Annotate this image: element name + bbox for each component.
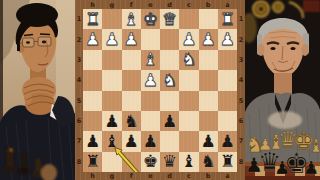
square-a2[interactable]: ♟ [218,29,237,49]
black-pawn-h7: ♟ [85,133,100,150]
white-pawn-h2: ♟ [85,31,100,48]
square-b7[interactable]: ♟ [199,131,218,151]
file-label-c: c [179,0,198,9]
square-g6[interactable]: ♟ [102,111,121,131]
rank-label-6: 6 [237,111,245,131]
square-g4[interactable] [102,70,121,90]
rank-label-7: 7 [75,131,83,151]
square-c7[interactable] [179,131,198,151]
file-label-b: b [199,0,218,9]
portrait-anand [0,0,75,180]
square-a6[interactable] [218,111,237,131]
square-c1[interactable] [179,9,198,29]
white-pawn-f2: ♟ [124,31,139,48]
black-queen-d8: ♛ [162,153,177,170]
square-c4[interactable] [179,70,198,90]
square-b8[interactable]: ♞ [199,152,218,172]
square-h3[interactable] [83,50,102,70]
black-pawn-g6: ♟ [104,113,119,130]
square-a5[interactable] [218,91,237,111]
white-knight-d4: ♞ [162,72,177,89]
square-c5[interactable] [179,91,198,111]
file-label-h: h [83,172,102,180]
square-b1[interactable] [199,9,218,29]
black-rook-a8: ♜ [220,153,235,170]
square-e4[interactable]: ♟ [141,70,160,90]
square-f4[interactable] [122,70,141,90]
black-pawn-d6: ♟ [162,113,177,130]
square-e3[interactable]: ♝ [141,50,160,70]
square-g1[interactable] [102,9,121,29]
file-labels-bottom: hgfedcba [83,172,237,180]
square-b5[interactable] [199,91,218,111]
black-rook-h8: ♜ [85,153,100,170]
file-label-d: d [160,172,179,180]
white-queen-d1: ♛ [162,11,177,28]
square-c3[interactable]: ♞ [179,50,198,70]
anand-illustration [0,0,75,180]
square-b3[interactable] [199,50,218,70]
video-thumbnail: hgfedcba hgfedcba 12345678 12345678 ♜♝♚♛… [0,0,320,180]
white-bishop-e3: ♝ [143,51,158,68]
square-d7[interactable] [160,131,179,151]
black-bishop-g7: ♝ [104,133,119,150]
white-pawn-g2: ♟ [104,31,119,48]
board-squares: ♜♝♚♛♜♟♟♟♟♟♟♝♞♟♞♟♞♟♟♝♟♟♟♟♜♚♛♝♞♜ [83,9,237,172]
square-a3[interactable] [218,50,237,70]
rank-labels-left: 12345678 [75,9,83,172]
square-a4[interactable] [218,70,237,90]
file-label-g: g [102,0,121,9]
rank-label-6: 6 [75,111,83,131]
rank-label-3: 3 [75,50,83,70]
black-pawn-a7: ♟ [220,133,235,150]
square-f5[interactable] [122,91,141,111]
square-b6[interactable] [199,111,218,131]
file-label-g: g [102,172,121,180]
file-label-e: e [141,172,160,180]
white-knight-c3: ♞ [181,51,196,68]
square-a8[interactable]: ♜ [218,152,237,172]
black-pawn-e7: ♟ [143,133,158,150]
rank-label-7: 7 [237,131,245,151]
rank-label-4: 4 [237,70,245,90]
square-h1[interactable]: ♜ [83,9,102,29]
square-g8[interactable] [102,152,121,172]
square-b2[interactable]: ♟ [199,29,218,49]
svg-text:♝: ♝ [308,135,320,156]
file-labels-top: hgfedcba [83,0,237,9]
portrait-kasparov: ♞ ♟ ♝ ♛ ♚ ♝ ♟ ♛ ♟ ♚ ♟ [245,0,320,180]
square-d4[interactable]: ♞ [160,70,179,90]
white-bishop-f1: ♝ [124,11,139,28]
square-d2[interactable] [160,29,179,49]
file-label-b: b [199,172,218,180]
square-e7[interactable]: ♟ [141,131,160,151]
square-f6[interactable]: ♞ [122,111,141,131]
white-rook-h1: ♜ [85,11,100,28]
white-pawn-c2: ♟ [181,31,196,48]
black-bishop-c8: ♝ [181,153,196,170]
rank-labels-right: 12345678 [237,9,245,172]
square-h8[interactable]: ♜ [83,152,102,172]
square-c8[interactable]: ♝ [179,152,198,172]
file-label-f: f [122,0,141,9]
square-g7[interactable]: ♝ [102,131,121,151]
rank-label-1: 1 [237,9,245,29]
file-label-h: h [83,0,102,9]
rank-label-2: 2 [237,29,245,49]
square-d8[interactable]: ♛ [160,152,179,172]
square-f7[interactable]: ♟ [122,131,141,151]
file-label-a: a [218,172,237,180]
square-f2[interactable]: ♟ [122,29,141,49]
rank-label-3: 3 [237,50,245,70]
white-pawn-a2: ♟ [220,31,235,48]
kasparov-illustration: ♞ ♟ ♝ ♛ ♚ ♝ ♟ ♛ ♟ ♚ ♟ [245,0,320,180]
square-h4[interactable] [83,70,102,90]
square-d6[interactable]: ♟ [160,111,179,131]
square-h7[interactable]: ♟ [83,131,102,151]
file-label-c: c [179,172,198,180]
square-e8[interactable]: ♚ [141,152,160,172]
rank-label-1: 1 [75,9,83,29]
rank-label-5: 5 [75,91,83,111]
rank-label-8: 8 [75,152,83,172]
square-g2[interactable]: ♟ [102,29,121,49]
white-pawn-e4: ♟ [143,72,158,89]
square-g3[interactable] [102,50,121,70]
black-pawn-f7: ♟ [124,133,139,150]
square-b4[interactable] [199,70,218,90]
svg-text:♟: ♟ [303,157,319,178]
anand-clasped-hands [22,77,56,115]
square-h6[interactable] [83,111,102,131]
black-knight-b8: ♞ [201,153,216,170]
square-e1[interactable]: ♚ [141,9,160,29]
rank-label-5: 5 [237,91,245,111]
black-king-e8: ♚ [143,153,158,170]
square-a1[interactable]: ♜ [218,9,237,29]
rank-label-8: 8 [237,152,245,172]
file-label-e: e [141,0,160,9]
square-h2[interactable]: ♟ [83,29,102,49]
rank-label-2: 2 [75,29,83,49]
square-f8[interactable] [122,152,141,172]
square-e2[interactable] [141,29,160,49]
square-g5[interactable] [102,91,121,111]
white-pawn-b2: ♟ [201,31,216,48]
square-e6[interactable] [141,111,160,131]
chess-board: hgfedcba hgfedcba 12345678 12345678 ♜♝♚♛… [75,0,245,180]
file-label-f: f [122,172,141,180]
square-c2[interactable]: ♟ [179,29,198,49]
white-king-e1: ♚ [143,11,158,28]
black-pawn-b7: ♟ [201,133,216,150]
square-h5[interactable] [83,91,102,111]
white-rook-a1: ♜ [220,11,235,28]
square-c6[interactable] [179,111,198,131]
square-a7[interactable]: ♟ [218,131,237,151]
file-label-a: a [218,0,237,9]
rank-label-4: 4 [75,70,83,90]
square-d1[interactable]: ♛ [160,9,179,29]
square-f3[interactable] [122,50,141,70]
file-label-d: d [160,0,179,9]
square-e5[interactable] [141,91,160,111]
black-knight-f6: ♞ [124,113,139,130]
square-d5[interactable] [160,91,179,111]
square-d3[interactable] [160,50,179,70]
square-f1[interactable]: ♝ [122,9,141,29]
